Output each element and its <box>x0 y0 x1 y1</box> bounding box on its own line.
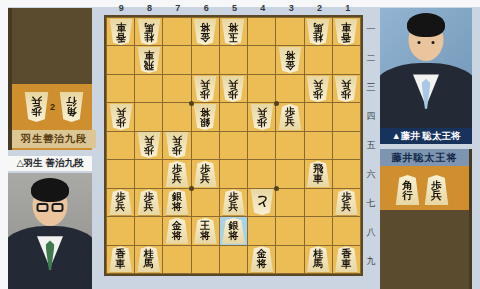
hand-piece-角行: 角行 <box>395 175 420 205</box>
board-square <box>107 217 134 244</box>
board-square: 歩兵 <box>333 75 360 102</box>
hand-piece-group: 角行 <box>395 175 420 205</box>
player-photo-habu <box>8 173 92 289</box>
sente-captured-tray: 角行歩兵 <box>380 166 472 210</box>
hand-piece-group: 角行 <box>59 92 84 122</box>
shogi-piece-歩兵-75: 歩兵 <box>165 132 189 158</box>
board-square <box>305 46 332 73</box>
board-square: 歩兵 <box>135 132 162 159</box>
shogi-piece-歩兵-57: 歩兵 <box>221 189 245 215</box>
board-square: 歩兵 <box>163 160 190 187</box>
board-square <box>305 132 332 159</box>
board-square <box>305 103 332 130</box>
board-square: 香車 <box>333 18 360 45</box>
shogi-piece-玉将-51: 玉将 <box>221 19 245 45</box>
shogi-piece-歩兵-34: 歩兵 <box>278 104 302 130</box>
board-square: 金将 <box>276 46 303 73</box>
board-square <box>276 18 303 45</box>
board-square: 歩兵 <box>107 189 134 216</box>
shogi-piece-金将-78: 金将 <box>165 218 189 244</box>
board-square <box>107 160 134 187</box>
column-label: 3 <box>277 3 305 14</box>
board-square: 桂馬 <box>135 18 162 45</box>
board-square <box>135 217 162 244</box>
habu-hair <box>31 178 69 202</box>
hand-piece-歩兵: 歩兵 <box>24 92 49 122</box>
shogi-piece-歩兵-63: 歩兵 <box>193 76 217 102</box>
shogi-piece-歩兵-87: 歩兵 <box>137 189 161 215</box>
shogi-piece-歩兵-66: 歩兵 <box>193 161 217 187</box>
board-square: 香車 <box>333 246 360 273</box>
board-square: 桂馬 <box>135 246 162 273</box>
shogi-piece-銀将-77: 銀将 <box>165 189 189 215</box>
rank-label: 八 <box>363 218 379 247</box>
shogi-piece-王将-68: 王将 <box>193 218 217 244</box>
shogi-piece-歩兵-53: 歩兵 <box>221 76 245 102</box>
board-square: 香車 <box>107 246 134 273</box>
sente-hand: 角行歩兵 <box>384 171 460 209</box>
shogi-piece-金将-49: 金将 <box>250 246 274 272</box>
board-square: 金将 <box>248 246 275 273</box>
board-rank-labels: 一二三四五六七八九 <box>363 15 379 276</box>
board-square <box>333 160 360 187</box>
board-square: 王将 <box>192 217 219 244</box>
column-label: 6 <box>192 3 220 14</box>
board-square <box>276 160 303 187</box>
board-square <box>163 103 190 130</box>
board-square: 歩兵 <box>220 75 247 102</box>
board-square <box>192 132 219 159</box>
gote-nameplate: △羽生 善治九段 <box>8 156 92 171</box>
shogi-live-view: 歩兵2角行 羽生善治九段 △羽生 善治九段 987654321 香車桂馬金将玉将… <box>0 0 480 289</box>
hoshi-dot <box>274 101 279 106</box>
board-square: 歩兵 <box>248 103 275 130</box>
board-square <box>276 217 303 244</box>
rank-label: 一 <box>363 15 379 44</box>
board-square <box>305 189 332 216</box>
sente-tray-empty-area <box>380 210 472 289</box>
column-label: 4 <box>249 3 277 14</box>
hoshi-dot <box>189 186 194 191</box>
hand-piece-count: 2 <box>50 102 55 112</box>
board-square <box>276 189 303 216</box>
shogi-piece-と-47: と <box>250 189 274 215</box>
shogi-piece-桂馬-81: 桂馬 <box>137 19 161 45</box>
board-square: 歩兵 <box>192 160 219 187</box>
board-square: 歩兵 <box>220 189 247 216</box>
column-label: 5 <box>220 3 248 14</box>
board-square <box>248 160 275 187</box>
board-square <box>248 75 275 102</box>
column-label: 2 <box>305 3 333 14</box>
board-square <box>107 46 134 73</box>
fujii-hair <box>407 13 445 37</box>
shogi-piece-銀将-64: 銀将 <box>193 104 217 130</box>
shogi-piece-歩兵-13: 歩兵 <box>334 76 358 102</box>
board-square <box>192 189 219 216</box>
hoshi-dot <box>274 186 279 191</box>
hand-piece-角行: 角行 <box>59 92 84 122</box>
board-square <box>248 46 275 73</box>
rank-label: 五 <box>363 131 379 160</box>
board-square: 歩兵 <box>135 189 162 216</box>
board-square <box>248 217 275 244</box>
board-square <box>276 246 303 273</box>
board-square <box>163 75 190 102</box>
board-square <box>163 18 190 45</box>
board-square <box>333 217 360 244</box>
board-square: 歩兵 <box>305 75 332 102</box>
gote-tray-label: 羽生善治九段 <box>12 130 96 148</box>
gote-hand: 歩兵2角行 <box>16 88 92 126</box>
board-square: 金将 <box>192 18 219 45</box>
shogi-piece-桂馬-29: 桂馬 <box>306 246 330 272</box>
shogi-piece-桂馬-89: 桂馬 <box>137 246 161 272</box>
board-square <box>163 246 190 273</box>
sente-panel: ▲藤井 聡太王将 藤井聡太王将 角行歩兵 <box>380 8 472 289</box>
shogi-piece-歩兵-97: 歩兵 <box>109 189 133 215</box>
board-square <box>107 75 134 102</box>
column-label: 1 <box>334 3 362 14</box>
board-square: 桂馬 <box>305 246 332 273</box>
shogi-piece-金将-61: 金将 <box>193 19 217 45</box>
player-photo-fujii <box>380 8 472 128</box>
gote-tray-empty-area <box>8 8 92 84</box>
board-square: 銀将 <box>163 189 190 216</box>
board-square <box>135 75 162 102</box>
shogi-piece-金将-32: 金将 <box>278 47 302 73</box>
rank-label: 九 <box>363 247 379 276</box>
board-square: 香車 <box>107 18 134 45</box>
hand-piece-歩兵: 歩兵 <box>424 175 449 205</box>
board-square <box>220 160 247 187</box>
rank-label: 二 <box>363 44 379 73</box>
shogi-piece-歩兵-85: 歩兵 <box>137 132 161 158</box>
board-square <box>276 75 303 102</box>
shogi-piece-飛車-82: 飛車 <box>137 47 161 73</box>
board-square <box>220 103 247 130</box>
board-square <box>333 132 360 159</box>
shogi-piece-香車-99: 香車 <box>109 246 133 272</box>
board-grid: 香車桂馬金将玉将桂馬香車飛車金将歩兵歩兵歩兵歩兵歩兵銀将歩兵歩兵歩兵歩兵歩兵歩兵… <box>107 18 360 273</box>
shogi-piece-歩兵-17: 歩兵 <box>334 189 358 215</box>
shogi-piece-歩兵-44: 歩兵 <box>250 104 274 130</box>
shogi-piece-飛車-26: 飛車 <box>306 161 330 187</box>
shogi-piece-香車-19: 香車 <box>334 246 358 272</box>
board-square <box>248 132 275 159</box>
sente-tray-label: 藤井聡太王将 <box>380 149 472 166</box>
board-square <box>135 160 162 187</box>
board-square: 銀将 <box>220 217 247 244</box>
board-square <box>107 132 134 159</box>
board-square: 歩兵 <box>192 75 219 102</box>
shogi-board: 香車桂馬金将玉将桂馬香車飛車金将歩兵歩兵歩兵歩兵歩兵銀将歩兵歩兵歩兵歩兵歩兵歩兵… <box>104 15 363 276</box>
board-square <box>248 18 275 45</box>
fujii-eyes <box>418 41 435 44</box>
hand-piece-group: 歩兵 <box>424 175 449 205</box>
board-square <box>276 132 303 159</box>
rank-label: 四 <box>363 102 379 131</box>
board-square <box>333 103 360 130</box>
board-square <box>192 46 219 73</box>
shogi-piece-歩兵-76: 歩兵 <box>165 161 189 187</box>
board-square: と <box>248 189 275 216</box>
hoshi-dot <box>189 101 194 106</box>
sente-nameplate: ▲藤井 聡太王将 <box>380 128 472 144</box>
glasses-icon <box>37 203 64 212</box>
board-square <box>135 103 162 130</box>
board-square <box>333 46 360 73</box>
shogi-piece-銀将-58: 銀将 <box>221 218 245 244</box>
board-square <box>192 246 219 273</box>
board-square: 歩兵 <box>333 189 360 216</box>
board-square: 飛車 <box>135 46 162 73</box>
hand-piece-group: 歩兵2 <box>24 92 55 122</box>
shogi-piece-香車-91: 香車 <box>109 19 133 45</box>
board-column-labels: 987654321 <box>107 3 362 14</box>
board-square: 銀将 <box>192 103 219 130</box>
shogi-piece-歩兵-94: 歩兵 <box>109 104 133 130</box>
gote-captured-tray: 歩兵2角行 羽生善治九段 <box>8 84 92 150</box>
gote-panel: 歩兵2角行 羽生善治九段 △羽生 善治九段 <box>8 8 92 289</box>
board-square: 金将 <box>163 217 190 244</box>
column-label: 9 <box>107 3 135 14</box>
rank-label: 六 <box>363 160 379 189</box>
frame-left <box>0 0 8 289</box>
board-square <box>220 132 247 159</box>
board-square: 桂馬 <box>305 18 332 45</box>
board-square: 歩兵 <box>107 103 134 130</box>
column-label: 8 <box>135 3 163 14</box>
board-square: 飛車 <box>305 160 332 187</box>
shogi-piece-歩兵-23: 歩兵 <box>306 76 330 102</box>
board-square <box>220 246 247 273</box>
board-square: 歩兵 <box>163 132 190 159</box>
rank-label: 三 <box>363 73 379 102</box>
board-square <box>305 217 332 244</box>
rank-label: 七 <box>363 189 379 218</box>
board-square <box>220 46 247 73</box>
board-square: 玉将 <box>220 18 247 45</box>
shogi-piece-桂馬-21: 桂馬 <box>306 19 330 45</box>
shogi-piece-香車-11: 香車 <box>334 19 358 45</box>
board-square <box>163 46 190 73</box>
column-label: 7 <box>164 3 192 14</box>
board-square: 歩兵 <box>276 103 303 130</box>
